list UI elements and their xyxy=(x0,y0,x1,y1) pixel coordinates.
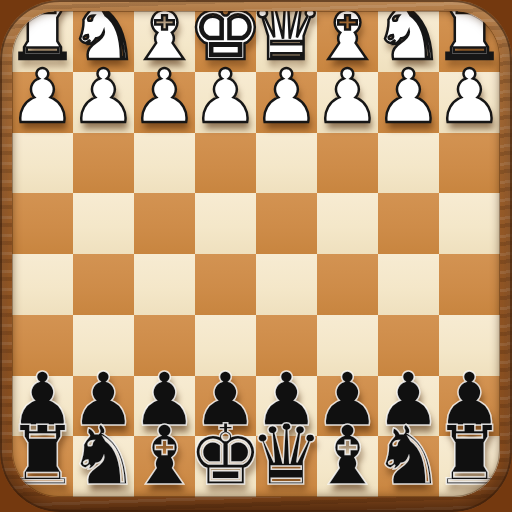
square-a4[interactable] xyxy=(439,193,500,254)
square-e2[interactable]: ♟ xyxy=(195,72,256,133)
square-f3[interactable] xyxy=(134,133,195,194)
square-d4[interactable] xyxy=(256,193,317,254)
square-h2[interactable]: ♟ xyxy=(12,72,73,133)
board-area: ♜♞♝♚♛♝♞♜♟♟♟♟♟♟♟♟♟♟♟♟♟♟♟♟♜♞♝♚♛♝♞♜ xyxy=(12,11,500,497)
square-e8[interactable]: ♚ xyxy=(195,436,256,497)
square-c4[interactable] xyxy=(317,193,378,254)
square-e4[interactable] xyxy=(195,193,256,254)
square-g8[interactable]: ♞ xyxy=(73,436,134,497)
piece-white-pawn[interactable]: ♟ xyxy=(375,59,441,133)
square-a2[interactable]: ♟ xyxy=(439,72,500,133)
square-g2[interactable]: ♟ xyxy=(73,72,134,133)
square-d3[interactable] xyxy=(256,133,317,194)
square-e3[interactable] xyxy=(195,133,256,194)
square-b3[interactable] xyxy=(378,133,439,194)
piece-white-pawn[interactable]: ♟ xyxy=(131,59,197,133)
square-c2[interactable]: ♟ xyxy=(317,72,378,133)
square-f4[interactable] xyxy=(134,193,195,254)
square-b5[interactable] xyxy=(378,254,439,315)
square-b8[interactable]: ♞ xyxy=(378,436,439,497)
square-g4[interactable] xyxy=(73,193,134,254)
piece-white-pawn[interactable]: ♟ xyxy=(192,59,258,133)
square-e5[interactable] xyxy=(195,254,256,315)
square-h5[interactable] xyxy=(12,254,73,315)
chess-board: ♜♞♝♚♛♝♞♜♟♟♟♟♟♟♟♟♟♟♟♟♟♟♟♟♜♞♝♚♛♝♞♜ xyxy=(12,11,500,497)
piece-white-pawn[interactable]: ♟ xyxy=(12,59,76,133)
square-d2[interactable]: ♟ xyxy=(256,72,317,133)
piece-white-pawn[interactable]: ♟ xyxy=(314,59,380,133)
square-d5[interactable] xyxy=(256,254,317,315)
square-a5[interactable] xyxy=(439,254,500,315)
square-a3[interactable] xyxy=(439,133,500,194)
square-f2[interactable]: ♟ xyxy=(134,72,195,133)
square-g5[interactable] xyxy=(73,254,134,315)
square-b2[interactable]: ♟ xyxy=(378,72,439,133)
square-h4[interactable] xyxy=(12,193,73,254)
square-f8[interactable]: ♝ xyxy=(134,436,195,497)
square-c5[interactable] xyxy=(317,254,378,315)
piece-white-pawn[interactable]: ♟ xyxy=(436,59,500,133)
square-c8[interactable]: ♝ xyxy=(317,436,378,497)
square-d8[interactable]: ♛ xyxy=(256,436,317,497)
piece-white-pawn[interactable]: ♟ xyxy=(70,59,136,133)
square-h3[interactable] xyxy=(12,133,73,194)
square-f5[interactable] xyxy=(134,254,195,315)
square-b4[interactable] xyxy=(378,193,439,254)
square-g3[interactable] xyxy=(73,133,134,194)
square-c3[interactable] xyxy=(317,133,378,194)
piece-white-pawn[interactable]: ♟ xyxy=(253,59,319,133)
